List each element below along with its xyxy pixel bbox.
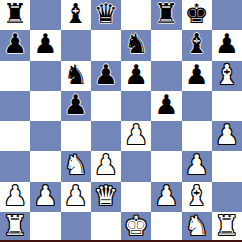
black-pawn-piece[interactable]: ♟ (64, 91, 88, 120)
square-h3[interactable] (212, 151, 242, 181)
black-bishop-piece[interactable]: ♝ (185, 30, 209, 59)
square-h5[interactable] (212, 91, 242, 121)
square-d5[interactable] (91, 91, 121, 121)
square-a8[interactable]: ♜ (0, 0, 30, 30)
square-h1[interactable]: ♜ (212, 212, 242, 242)
square-c1[interactable] (61, 212, 91, 242)
square-g4[interactable] (182, 121, 212, 151)
chess-board-wrapper: ♜♝♛♜♚♟♟♞♝♟♞♟♟♟♝♟♟♟♟♞♟♟♟♟♟♛♟♝♜♚♞♜ (0, 0, 242, 242)
square-f3[interactable] (151, 151, 181, 181)
square-b5[interactable] (30, 91, 60, 121)
black-knight-piece[interactable]: ♞ (124, 30, 148, 59)
black-pawn-piece[interactable]: ♟ (94, 61, 118, 90)
black-pawn-piece[interactable]: ♟ (33, 30, 57, 59)
square-f8[interactable]: ♜ (151, 0, 181, 30)
square-g5[interactable] (182, 91, 212, 121)
white-pawn-piece[interactable]: ♟ (185, 151, 209, 180)
black-king-piece[interactable]: ♚ (185, 0, 209, 29)
white-bishop-piece[interactable]: ♝ (215, 61, 239, 90)
square-c5[interactable]: ♟ (61, 91, 91, 121)
white-rook-piece[interactable]: ♜ (3, 212, 27, 241)
square-c8[interactable]: ♝ (61, 0, 91, 30)
square-e2[interactable] (121, 182, 151, 212)
white-pawn-piece[interactable]: ♟ (215, 121, 239, 150)
black-pawn-piece[interactable]: ♟ (215, 30, 239, 59)
white-knight-piece[interactable]: ♞ (185, 212, 209, 241)
square-d4[interactable] (91, 121, 121, 151)
white-bishop-piece[interactable]: ♝ (185, 182, 209, 211)
black-pawn-piece[interactable]: ♟ (185, 61, 209, 90)
black-knight-piece[interactable]: ♞ (64, 61, 88, 90)
square-b2[interactable]: ♟ (30, 182, 60, 212)
square-h2[interactable] (212, 182, 242, 212)
square-e7[interactable]: ♞ (121, 30, 151, 60)
square-e6[interactable]: ♟ (121, 61, 151, 91)
black-rook-piece[interactable]: ♜ (154, 0, 178, 29)
square-c3[interactable]: ♞ (61, 151, 91, 181)
white-rook-piece[interactable]: ♜ (215, 212, 239, 241)
black-pawn-piece[interactable]: ♟ (124, 61, 148, 90)
square-c2[interactable]: ♟ (61, 182, 91, 212)
square-b7[interactable]: ♟ (30, 30, 60, 60)
square-f4[interactable] (151, 121, 181, 151)
square-d3[interactable]: ♟ (91, 151, 121, 181)
square-d1[interactable] (91, 212, 121, 242)
square-e8[interactable] (121, 0, 151, 30)
square-a5[interactable] (0, 91, 30, 121)
square-f7[interactable] (151, 30, 181, 60)
square-b6[interactable] (30, 61, 60, 91)
black-bishop-piece[interactable]: ♝ (64, 0, 88, 29)
square-d8[interactable]: ♛ (91, 0, 121, 30)
square-g7[interactable]: ♝ (182, 30, 212, 60)
square-a7[interactable]: ♟ (0, 30, 30, 60)
square-g3[interactable]: ♟ (182, 151, 212, 181)
square-b8[interactable] (30, 0, 60, 30)
square-g8[interactable]: ♚ (182, 0, 212, 30)
square-d6[interactable]: ♟ (91, 61, 121, 91)
white-queen-piece[interactable]: ♛ (94, 182, 118, 211)
black-pawn-piece[interactable]: ♟ (3, 30, 27, 59)
square-h4[interactable]: ♟ (212, 121, 242, 151)
black-queen-piece[interactable]: ♛ (94, 0, 118, 29)
square-g6[interactable]: ♟ (182, 61, 212, 91)
square-f1[interactable] (151, 212, 181, 242)
square-b3[interactable] (30, 151, 60, 181)
chess-board: ♜♝♛♜♚♟♟♞♝♟♞♟♟♟♝♟♟♟♟♞♟♟♟♟♟♛♟♝♜♚♞♜ (0, 0, 242, 242)
square-a6[interactable] (0, 61, 30, 91)
white-pawn-piece[interactable]: ♟ (3, 182, 27, 211)
square-b4[interactable] (30, 121, 60, 151)
white-pawn-piece[interactable]: ♟ (124, 121, 148, 150)
white-pawn-piece[interactable]: ♟ (154, 182, 178, 211)
square-c7[interactable] (61, 30, 91, 60)
square-d7[interactable] (91, 30, 121, 60)
square-e5[interactable] (121, 91, 151, 121)
square-a1[interactable]: ♜ (0, 212, 30, 242)
white-king-piece[interactable]: ♚ (124, 212, 148, 241)
square-f6[interactable] (151, 61, 181, 91)
white-pawn-piece[interactable]: ♟ (64, 182, 88, 211)
white-knight-piece[interactable]: ♞ (64, 151, 88, 180)
square-e1[interactable]: ♚ (121, 212, 151, 242)
black-rook-piece[interactable]: ♜ (3, 0, 27, 29)
square-f2[interactable]: ♟ (151, 182, 181, 212)
square-f5[interactable]: ♟ (151, 91, 181, 121)
black-pawn-piece[interactable]: ♟ (154, 91, 178, 120)
white-pawn-piece[interactable]: ♟ (94, 151, 118, 180)
square-a3[interactable] (0, 151, 30, 181)
square-a2[interactable]: ♟ (0, 182, 30, 212)
square-g1[interactable]: ♞ (182, 212, 212, 242)
square-c4[interactable] (61, 121, 91, 151)
square-d2[interactable]: ♛ (91, 182, 121, 212)
square-b1[interactable] (30, 212, 60, 242)
square-c6[interactable]: ♞ (61, 61, 91, 91)
white-pawn-piece[interactable]: ♟ (33, 182, 57, 211)
square-g2[interactable]: ♝ (182, 182, 212, 212)
square-h7[interactable]: ♟ (212, 30, 242, 60)
square-e3[interactable] (121, 151, 151, 181)
square-a4[interactable] (0, 121, 30, 151)
square-e4[interactable]: ♟ (121, 121, 151, 151)
square-h6[interactable]: ♝ (212, 61, 242, 91)
square-h8[interactable] (212, 0, 242, 30)
